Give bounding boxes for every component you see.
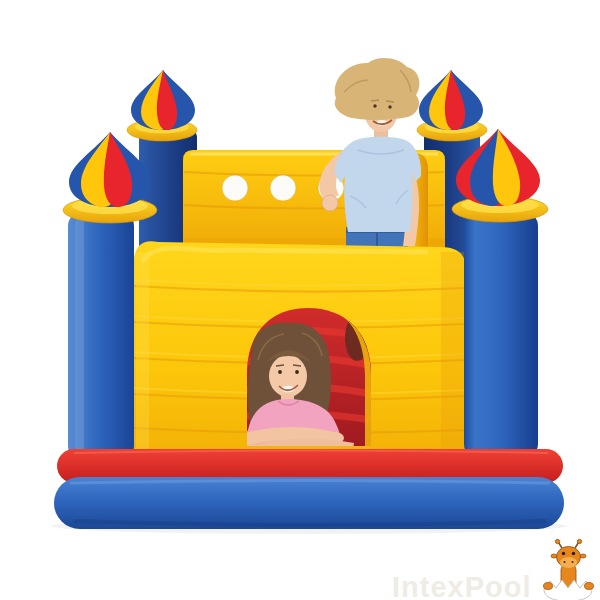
front-right-tower [452,129,548,458]
front-left-onion-dome [69,132,151,207]
front-right-tower-column [464,212,538,458]
back-right-onion-dome [419,70,483,130]
bouncy-castle-illustration: IntexPool [0,0,600,600]
girl-eye [295,370,299,374]
window-hole [222,175,248,201]
product-photo: IntexPool [0,0,600,600]
boy-tshirt [335,137,421,232]
girl-eye [278,370,282,374]
back-left-onion-dome [131,70,195,130]
giraffe-egg-logo-icon [544,539,594,600]
boy-eye [388,105,391,108]
boy-fist [322,195,338,211]
base [54,449,564,529]
watermark-text: IntexPool [392,571,532,600]
boy-eye [373,104,376,107]
window-hole [270,175,296,201]
